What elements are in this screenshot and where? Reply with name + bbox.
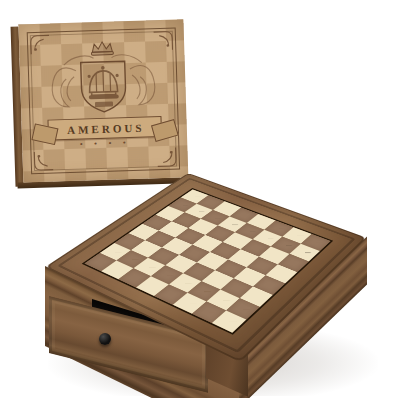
piece-white-rook[interactable]: ♜ [218,298,241,324]
piece-black-pawn[interactable]: ♟ [259,220,276,239]
piece-black-pawn[interactable]: ♟ [174,188,190,206]
drawer-knob[interactable] [99,333,111,345]
board-square[interactable] [175,228,205,245]
product-photo: AMEROUS • • • • ♜♞♝♛♚♝♞♜♟♟♟♟♟♟♟♟♟♟♟♟♟♟♟♟… [0,0,400,398]
piece-black-pawn[interactable]: ♟ [241,214,258,233]
piece-black-pawn[interactable]: ♟ [296,234,314,254]
piece-black-pawn[interactable]: ♟ [277,227,295,247]
piece-black-pawn[interactable]: ♟ [207,201,224,220]
piece-black-pawn[interactable]: ♟ [190,194,207,213]
piece-black-pawn[interactable]: ♟ [224,207,241,226]
chess-set: ♜♞♝♛♚♝♞♜♟♟♟♟♟♟♟♟♟♟♟♟♟♟♟♟♜♞♝♛♚♝♞♜ [0,0,400,398]
